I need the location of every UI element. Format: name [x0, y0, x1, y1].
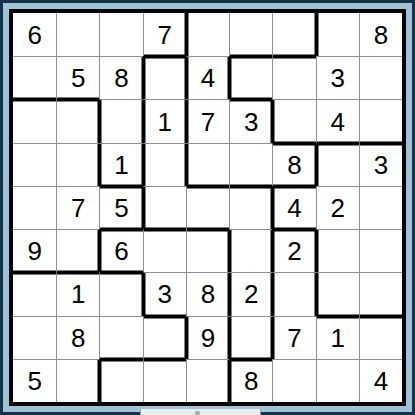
given-digit: 8 [374, 22, 388, 48]
cell-r1c9[interactable]: 8 [359, 13, 402, 56]
cell-r4c2[interactable] [56, 143, 99, 186]
cell-r8c8[interactable]: 1 [316, 316, 359, 359]
given-digit: 2 [330, 195, 344, 221]
given-digit: 7 [201, 109, 215, 135]
cell-r4c7[interactable]: 8 [272, 143, 315, 186]
cell-r6c7[interactable]: 2 [272, 229, 315, 272]
cell-r3c4[interactable]: 1 [143, 99, 186, 142]
cell-r9c5[interactable] [186, 359, 229, 402]
cell-r8c9[interactable] [359, 316, 402, 359]
given-digit: 3 [244, 109, 258, 135]
cell-r3c8[interactable]: 4 [316, 99, 359, 142]
cell-r6c1[interactable]: 9 [13, 229, 56, 272]
given-digit: 2 [244, 281, 258, 307]
cell-r1c3[interactable] [99, 13, 142, 56]
sudoku-board: 67858431734183754296213828971584 [9, 9, 406, 406]
cell-r7c9[interactable] [359, 272, 402, 315]
cell-r1c6[interactable] [229, 13, 272, 56]
cell-r9c6[interactable]: 8 [229, 359, 272, 402]
cell-r5c2[interactable]: 7 [56, 186, 99, 229]
cell-r2c8[interactable]: 3 [316, 56, 359, 99]
cell-r2c5[interactable]: 4 [186, 56, 229, 99]
cell-r1c7[interactable] [272, 13, 315, 56]
cell-r9c2[interactable] [56, 359, 99, 402]
cell-r1c1[interactable]: 6 [13, 13, 56, 56]
cell-r1c4[interactable]: 7 [143, 13, 186, 56]
cell-r7c2[interactable]: 1 [56, 272, 99, 315]
cell-r2c2[interactable]: 5 [56, 56, 99, 99]
given-digit: 5 [71, 65, 85, 91]
cell-r4c1[interactable] [13, 143, 56, 186]
cell-r7c8[interactable] [316, 272, 359, 315]
cell-r9c9[interactable]: 4 [359, 359, 402, 402]
cell-r2c6[interactable] [229, 56, 272, 99]
cell-r5c3[interactable]: 5 [99, 186, 142, 229]
cell-r6c5[interactable] [186, 229, 229, 272]
cell-r1c8[interactable] [316, 13, 359, 56]
cell-r7c4[interactable]: 3 [143, 272, 186, 315]
cell-r2c7[interactable] [272, 56, 315, 99]
cell-r7c7[interactable] [272, 272, 315, 315]
given-digit: 1 [330, 325, 344, 351]
cell-r3c7[interactable] [272, 99, 315, 142]
cell-r1c2[interactable] [56, 13, 99, 56]
cell-r8c1[interactable] [13, 316, 56, 359]
cell-r8c2[interactable]: 8 [56, 316, 99, 359]
sudoku-grid: 67858431734183754296213828971584 [13, 13, 402, 402]
cell-r8c5[interactable]: 9 [186, 316, 229, 359]
cell-r4c8[interactable] [316, 143, 359, 186]
cell-r6c2[interactable] [56, 229, 99, 272]
cell-r9c3[interactable] [99, 359, 142, 402]
puzzle-frame: 67858431734183754296213828971584 [0, 0, 415, 415]
cell-r7c6[interactable]: 2 [229, 272, 272, 315]
cell-r6c9[interactable] [359, 229, 402, 272]
bottom-edge-ui-fragment [140, 409, 261, 415]
cell-r4c4[interactable] [143, 143, 186, 186]
given-digit: 7 [71, 195, 85, 221]
cell-r9c8[interactable] [316, 359, 359, 402]
cell-r1c5[interactable] [186, 13, 229, 56]
given-digit: 4 [287, 195, 301, 221]
cell-r8c4[interactable] [143, 316, 186, 359]
cell-r5c6[interactable] [229, 186, 272, 229]
cell-r4c5[interactable] [186, 143, 229, 186]
given-digit: 9 [201, 325, 215, 351]
cell-r9c1[interactable]: 5 [13, 359, 56, 402]
given-digit: 1 [114, 152, 128, 178]
given-digit: 7 [287, 325, 301, 351]
given-digit: 3 [158, 281, 172, 307]
given-digit: 3 [330, 65, 344, 91]
cell-r4c9[interactable]: 3 [359, 143, 402, 186]
cell-r7c3[interactable] [99, 272, 142, 315]
cell-r5c1[interactable] [13, 186, 56, 229]
bottom-fragment-dot [195, 411, 200, 415]
cell-r8c7[interactable]: 7 [272, 316, 315, 359]
cell-r5c8[interactable]: 2 [316, 186, 359, 229]
cell-r8c3[interactable] [99, 316, 142, 359]
cell-r3c2[interactable] [56, 99, 99, 142]
cell-r5c5[interactable] [186, 186, 229, 229]
given-digit: 6 [114, 238, 128, 264]
cell-r3c6[interactable]: 3 [229, 99, 272, 142]
given-digit: 8 [244, 368, 258, 394]
cell-r5c7[interactable]: 4 [272, 186, 315, 229]
cell-r3c5[interactable]: 7 [186, 99, 229, 142]
cell-r9c4[interactable] [143, 359, 186, 402]
given-digit: 4 [201, 65, 215, 91]
given-digit: 7 [158, 22, 172, 48]
given-digit: 5 [27, 368, 41, 394]
cell-r3c1[interactable] [13, 99, 56, 142]
cell-r2c9[interactable] [359, 56, 402, 99]
given-digit: 8 [114, 65, 128, 91]
given-digit: 6 [27, 22, 41, 48]
cell-r5c4[interactable] [143, 186, 186, 229]
cell-r4c3[interactable]: 1 [99, 143, 142, 186]
cell-r6c4[interactable] [143, 229, 186, 272]
cell-r7c1[interactable] [13, 272, 56, 315]
cell-r6c8[interactable] [316, 229, 359, 272]
cell-r2c3[interactable]: 8 [99, 56, 142, 99]
given-digit: 1 [71, 281, 85, 307]
given-digit: 9 [27, 238, 41, 264]
given-digit: 8 [287, 152, 301, 178]
cell-r9c7[interactable] [272, 359, 315, 402]
given-digit: 1 [158, 109, 172, 135]
cell-r4c6[interactable] [229, 143, 272, 186]
cell-r7c5[interactable]: 8 [186, 272, 229, 315]
given-digit: 8 [71, 325, 85, 351]
given-digit: 3 [374, 152, 388, 178]
cell-r3c3[interactable] [99, 99, 142, 142]
given-digit: 5 [114, 195, 128, 221]
given-digit: 2 [287, 238, 301, 264]
cell-r3c9[interactable] [359, 99, 402, 142]
cell-r2c4[interactable] [143, 56, 186, 99]
given-digit: 4 [374, 368, 388, 394]
cell-r5c9[interactable] [359, 186, 402, 229]
cell-r8c6[interactable] [229, 316, 272, 359]
cell-r2c1[interactable] [13, 56, 56, 99]
given-digit: 8 [201, 281, 215, 307]
given-digit: 4 [330, 109, 344, 135]
cell-r6c6[interactable] [229, 229, 272, 272]
cell-r6c3[interactable]: 6 [99, 229, 142, 272]
